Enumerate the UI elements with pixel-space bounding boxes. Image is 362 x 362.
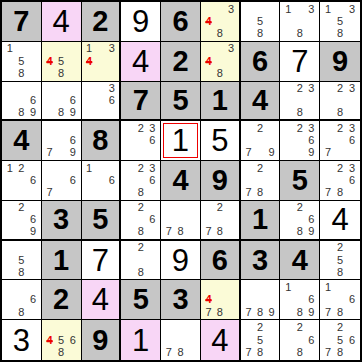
cell-r6c8[interactable]: 2689: [280, 201, 320, 241]
candidate-2: 2: [294, 122, 306, 134]
given-digit: 9: [82, 320, 120, 360]
candidate-grid: 2368: [123, 162, 158, 199]
candidate-grid: 158: [4, 43, 39, 80]
cell-r7c7[interactable]: 3: [241, 241, 281, 281]
cell-r1c6[interactable]: 348: [201, 2, 241, 42]
candidate-5: 5: [16, 254, 28, 266]
cell-r3c1[interactable]: 689: [2, 82, 42, 122]
entry-digit: 4: [320, 201, 360, 239]
cell-r1c3[interactable]: 2: [82, 2, 122, 42]
cell-r4c8[interactable]: 2369: [280, 121, 320, 161]
cell-r4c7[interactable]: 279: [241, 121, 281, 161]
candidate-8: 8: [175, 226, 187, 238]
candidate-2: 2: [254, 321, 266, 334]
given-digit: 3: [42, 201, 81, 239]
candidate-7: 7: [322, 147, 334, 159]
candidate-2: 2: [334, 83, 346, 95]
cell-r5c7[interactable]: 278: [241, 161, 281, 201]
candidate-2: 2: [254, 162, 266, 174]
cell-r8c3[interactable]: 4: [82, 280, 122, 320]
cell-r8c5[interactable]: 3: [161, 280, 201, 320]
cell-r8c8[interactable]: 1689: [280, 280, 320, 320]
given-digit: 6: [201, 241, 239, 280]
cell-r6c7[interactable]: 1: [241, 201, 281, 241]
candidate-6: 6: [306, 135, 318, 147]
cell-r3c7[interactable]: 4: [241, 82, 281, 122]
candidate-8: 8: [214, 226, 225, 238]
candidate-grid: 58: [4, 242, 39, 279]
eliminated-candidate-4: 4: [84, 55, 95, 67]
candidate-grid: 458: [44, 43, 79, 80]
candidate-6: 6: [346, 294, 358, 306]
candidate-6: 6: [306, 334, 318, 347]
given-digit: 5: [280, 161, 319, 200]
candidate-2: 2: [294, 83, 306, 95]
given-digit: 5: [121, 280, 160, 319]
given-digit: 6: [161, 2, 200, 41]
given-digit: 1: [201, 82, 239, 120]
cell-r7c9[interactable]: 258: [320, 241, 360, 281]
candidate-5: 5: [16, 55, 28, 67]
candidate-8: 8: [214, 67, 225, 79]
candidate-2: 2: [16, 162, 28, 174]
candidate-2: 2: [135, 242, 147, 254]
cell-r1c5[interactable]: 6: [161, 2, 201, 42]
candidate-5: 5: [55, 334, 67, 347]
given-digit: 7: [2, 2, 41, 41]
candidate-8: 8: [16, 67, 28, 79]
candidate-6: 6: [67, 94, 79, 106]
candidate-7: 7: [322, 306, 334, 318]
given-digit: 3: [161, 280, 200, 319]
cell-r5c9[interactable]: 23678: [320, 161, 360, 201]
cell-r9c3[interactable]: 9: [82, 320, 122, 360]
cell-r7c6[interactable]: 6: [201, 241, 241, 281]
entry-digit: 4: [121, 42, 160, 81]
cell-r1c1[interactable]: 7: [2, 2, 42, 42]
given-digit: 2: [161, 42, 200, 81]
cell-r3c6[interactable]: 1: [201, 82, 241, 122]
candidate-1: 1: [282, 281, 294, 293]
cell-r9c6[interactable]: 4: [201, 320, 241, 360]
entry-digit: 3: [2, 320, 41, 360]
candidate-grid: 268: [282, 321, 317, 359]
candidate-grid: 236: [123, 122, 158, 159]
cell-r7c4[interactable]: 28: [121, 241, 161, 281]
given-digit: 4: [280, 241, 319, 280]
candidate-8: 8: [254, 346, 266, 359]
cell-r5c4[interactable]: 2368: [121, 161, 161, 201]
candidate-grid: 268: [123, 202, 158, 238]
candidate-9: 9: [266, 306, 278, 318]
candidate-grid: 2367: [322, 122, 358, 159]
candidate-8: 8: [254, 28, 266, 40]
entry-digit: 4: [201, 320, 239, 360]
cell-r6c6[interactable]: 278: [201, 201, 241, 241]
candidate-9: 9: [27, 106, 39, 118]
candidate-5: 5: [334, 334, 346, 347]
candidate-grid: 789: [243, 281, 278, 318]
candidate-7: 7: [243, 147, 255, 159]
candidate-1: 1: [322, 3, 334, 15]
candidate-8: 8: [175, 346, 187, 359]
candidate-6: 6: [346, 334, 358, 347]
candidate-3: 3: [346, 162, 358, 174]
eliminated-candidate-4: 4: [203, 55, 214, 67]
candidate-9: 9: [266, 147, 278, 159]
cell-r2c5[interactable]: 2: [161, 42, 201, 82]
entry-digit: 9: [121, 2, 160, 41]
candidate-6: 6: [67, 135, 79, 147]
cell-r6c2[interactable]: 3: [42, 201, 82, 241]
candidate-3: 3: [346, 83, 358, 95]
candidate-8: 8: [135, 226, 147, 238]
given-digit: 9: [201, 161, 239, 200]
candidate-2: 2: [135, 122, 147, 134]
cell-r2c2[interactable]: 458: [42, 42, 82, 82]
cell-r4c6[interactable]: 5: [201, 121, 241, 161]
candidate-6: 6: [27, 294, 39, 306]
sudoku-board: 7429634858138135815845813442348679689689…: [0, 0, 362, 362]
cell-r1c8[interactable]: 138: [280, 2, 320, 42]
candidate-grid: 28: [123, 242, 158, 279]
candidate-grid: 238: [322, 83, 358, 119]
given-digit: 9: [320, 42, 360, 81]
candidate-6: 6: [67, 334, 79, 347]
candidate-6: 6: [106, 94, 117, 106]
cell-r8c6[interactable]: 478: [201, 280, 241, 320]
cell-r4c9[interactable]: 2367: [320, 121, 360, 161]
eliminated-candidate-4: 4: [203, 15, 214, 27]
candidate-9: 9: [67, 147, 79, 159]
cell-r3c4[interactable]: 7: [121, 82, 161, 122]
candidate-8: 8: [135, 266, 147, 278]
candidate-8: 8: [334, 28, 346, 40]
candidate-7: 7: [243, 306, 255, 318]
candidate-3: 3: [106, 43, 117, 55]
candidate-6: 6: [27, 214, 39, 226]
cell-r2c4[interactable]: 4: [121, 42, 161, 82]
candidate-8: 8: [294, 28, 306, 40]
candidate-8: 8: [254, 306, 266, 318]
candidate-3: 3: [346, 3, 358, 15]
candidate-6: 6: [27, 94, 39, 106]
candidate-8: 8: [334, 187, 346, 199]
candidate-2: 2: [214, 202, 225, 214]
candidate-2: 2: [334, 162, 346, 174]
cell-r3c5[interactable]: 5: [161, 82, 201, 122]
candidate-grid: 134: [84, 43, 118, 80]
given-digit: 3: [241, 241, 280, 280]
candidate-grid: 36: [84, 83, 118, 119]
cell-r2c3[interactable]: 134: [82, 42, 122, 82]
candidate-3: 3: [106, 83, 117, 95]
cell-r3c3[interactable]: 36: [82, 82, 122, 122]
candidate-grid: 279: [243, 122, 278, 159]
cell-r1c2[interactable]: 4: [42, 2, 82, 42]
cell-r9c4[interactable]: 1: [121, 320, 161, 360]
candidate-8: 8: [334, 346, 346, 359]
candidate-6: 6: [306, 294, 318, 306]
candidate-6: 6: [147, 174, 159, 186]
candidate-8: 8: [214, 28, 225, 40]
candidate-8: 8: [55, 106, 67, 118]
candidate-7: 7: [243, 187, 255, 199]
candidate-3: 3: [147, 162, 159, 174]
candidate-9: 9: [306, 306, 318, 318]
candidate-grid: 679: [44, 122, 79, 159]
given-digit: 5: [161, 82, 200, 120]
candidate-grid: 278: [203, 202, 237, 238]
cell-r7c5[interactable]: 9: [161, 241, 201, 281]
candidate-9: 9: [306, 226, 318, 238]
entry-digit: 1: [161, 121, 200, 160]
candidate-grid: 2369: [282, 122, 317, 159]
cell-r9c2[interactable]: 4568: [42, 320, 82, 360]
given-digit: 5: [82, 201, 120, 239]
candidate-8: 8: [334, 106, 346, 118]
candidate-grid: 348: [203, 3, 237, 40]
candidate-8: 8: [294, 106, 306, 118]
eliminated-candidate-4: 4: [203, 294, 214, 306]
candidate-grid: 269: [4, 202, 39, 238]
candidate-6: 6: [306, 214, 318, 226]
cell-r2c1[interactable]: 158: [2, 42, 42, 82]
cell-r5c6[interactable]: 9: [201, 161, 241, 201]
candidate-grid: 23678: [322, 162, 358, 199]
cell-r4c5[interactable]: 1: [161, 121, 201, 161]
candidate-9: 9: [306, 147, 318, 159]
candidate-grid: 25678: [322, 321, 358, 359]
candidate-1: 1: [84, 43, 95, 55]
candidate-8: 8: [16, 266, 28, 278]
cell-r8c4[interactable]: 5: [121, 280, 161, 320]
cell-r7c8[interactable]: 4: [280, 241, 320, 281]
entry-digit: 4: [82, 280, 120, 319]
candidate-grid: 689: [44, 83, 79, 119]
cell-r9c1[interactable]: 3: [2, 320, 42, 360]
candidate-8: 8: [55, 346, 67, 359]
cell-r6c5[interactable]: 78: [161, 201, 201, 241]
candidate-grid: 126: [4, 162, 39, 199]
cell-r3c9[interactable]: 238: [320, 82, 360, 122]
candidate-8: 8: [294, 226, 306, 238]
candidate-7: 7: [203, 226, 214, 238]
eliminated-candidate-4: 4: [44, 55, 56, 67]
cell-r5c5[interactable]: 4: [161, 161, 201, 201]
cell-r1c9[interactable]: 1358: [320, 2, 360, 42]
cell-r9c7[interactable]: 2578: [241, 320, 281, 360]
candidate-3: 3: [346, 122, 358, 134]
candidate-3: 3: [225, 43, 236, 55]
candidate-grid: 58: [243, 3, 278, 40]
given-digit: 4: [241, 82, 280, 120]
cell-r9c5[interactable]: 78: [161, 320, 201, 360]
candidate-grid: 258: [322, 242, 358, 279]
candidate-2: 2: [334, 122, 346, 134]
candidate-1: 1: [84, 162, 95, 174]
candidate-grid: 689: [4, 83, 39, 119]
cell-r2c8[interactable]: 7: [280, 42, 320, 82]
candidate-8: 8: [334, 266, 346, 278]
given-digit: 6: [241, 42, 280, 81]
entry-digit: 7: [280, 42, 319, 81]
cell-r7c2[interactable]: 1: [42, 241, 82, 281]
entry-digit: 4: [42, 2, 81, 41]
cell-r8c1[interactable]: 68: [2, 280, 42, 320]
candidate-3: 3: [147, 122, 159, 134]
cell-r6c9[interactable]: 4: [320, 201, 360, 241]
given-digit: 4: [161, 161, 200, 200]
cell-r5c1[interactable]: 126: [2, 161, 42, 201]
candidate-grid: 238: [282, 83, 317, 119]
candidate-grid: 78: [163, 321, 198, 359]
candidate-5: 5: [55, 55, 67, 67]
candidate-5: 5: [254, 334, 266, 347]
given-digit: 2: [82, 2, 120, 41]
candidate-grid: 348: [203, 43, 237, 80]
candidate-1: 1: [4, 43, 16, 55]
cell-r5c3[interactable]: 16: [82, 161, 122, 201]
candidate-1: 1: [282, 3, 294, 15]
cell-r4c2[interactable]: 679: [42, 121, 82, 161]
candidate-9: 9: [27, 226, 39, 238]
cell-r9c8[interactable]: 268: [280, 320, 320, 360]
cell-r3c2[interactable]: 689: [42, 82, 82, 122]
candidate-3: 3: [225, 3, 236, 15]
candidate-3: 3: [306, 3, 318, 15]
given-digit: 7: [121, 82, 160, 120]
candidate-5: 5: [334, 15, 346, 27]
cell-r7c1[interactable]: 58: [2, 241, 42, 281]
candidate-6: 6: [147, 135, 159, 147]
given-digit: 1: [241, 201, 280, 239]
candidate-6: 6: [147, 214, 159, 226]
candidate-7: 7: [322, 187, 334, 199]
candidate-2: 2: [16, 202, 28, 214]
candidate-6: 6: [27, 174, 39, 186]
candidate-grid: 1689: [282, 281, 317, 318]
candidate-grid: 2578: [243, 321, 278, 359]
candidate-7: 7: [163, 226, 175, 238]
cell-r5c8[interactable]: 5: [280, 161, 320, 201]
cell-r6c4[interactable]: 268: [121, 201, 161, 241]
candidate-8: 8: [16, 306, 28, 318]
candidate-6: 6: [67, 174, 79, 186]
candidate-6: 6: [106, 174, 117, 186]
cell-r9c9[interactable]: 25678: [320, 320, 360, 360]
candidate-2: 2: [135, 202, 147, 214]
candidate-1: 1: [322, 281, 334, 293]
candidate-grid: 4568: [44, 321, 79, 359]
candidate-7: 7: [203, 306, 214, 318]
cell-r4c1[interactable]: 4: [2, 121, 42, 161]
candidate-9: 9: [67, 106, 79, 118]
candidate-6: 6: [346, 135, 358, 147]
candidate-8: 8: [135, 187, 147, 199]
candidate-7: 7: [322, 346, 334, 359]
candidate-8: 8: [254, 187, 266, 199]
candidate-2: 2: [135, 162, 147, 174]
cell-r2c7[interactable]: 6: [241, 42, 281, 82]
given-digit: 4: [2, 121, 41, 160]
candidate-7: 7: [44, 147, 56, 159]
cell-r1c4[interactable]: 9: [121, 2, 161, 42]
candidate-2: 2: [294, 321, 306, 334]
cell-r8c7[interactable]: 789: [241, 280, 281, 320]
candidate-grid: 16: [84, 162, 118, 199]
entry-digit: 5: [201, 121, 239, 160]
cell-r2c9[interactable]: 9: [320, 42, 360, 82]
candidate-3: 3: [306, 122, 318, 134]
candidate-8: 8: [16, 106, 28, 118]
entry-digit: 9: [161, 241, 200, 280]
cell-r4c3[interactable]: 8: [82, 121, 122, 161]
candidate-8: 8: [214, 306, 225, 318]
cell-r5c2[interactable]: 67: [42, 161, 82, 201]
candidate-8: 8: [294, 346, 306, 359]
candidate-grid: 1678: [322, 281, 358, 318]
cell-r4c4[interactable]: 236: [121, 121, 161, 161]
cell-r8c9[interactable]: 1678: [320, 280, 360, 320]
candidate-8: 8: [55, 67, 67, 79]
given-digit: 1: [42, 241, 81, 280]
cell-r3c8[interactable]: 238: [280, 82, 320, 122]
cell-r6c1[interactable]: 269: [2, 201, 42, 241]
eliminated-candidate-4: 4: [44, 334, 56, 347]
candidate-grid: 1358: [322, 3, 358, 40]
cell-r2c6[interactable]: 348: [201, 42, 241, 82]
candidate-grid: 68: [4, 281, 39, 318]
candidate-2: 2: [294, 202, 306, 214]
cell-r1c7[interactable]: 58: [241, 2, 281, 42]
given-digit: 2: [42, 280, 81, 319]
candidate-grid: 478: [203, 281, 237, 318]
given-digit: 8: [82, 121, 120, 160]
candidate-5: 5: [334, 254, 346, 266]
entry-digit: 1: [121, 320, 160, 360]
entry-digit: 7: [82, 241, 120, 280]
candidate-grid: 67: [44, 162, 79, 199]
candidate-8: 8: [334, 306, 346, 318]
candidate-grid: 138: [282, 3, 317, 40]
candidate-grid: 78: [163, 202, 198, 238]
candidate-2: 2: [334, 321, 346, 334]
candidate-1: 1: [4, 162, 16, 174]
candidate-8: 8: [294, 306, 306, 318]
candidate-7: 7: [44, 187, 56, 199]
candidate-5: 5: [254, 15, 266, 27]
candidate-grid: 278: [243, 162, 278, 199]
candidate-2: 2: [334, 242, 346, 254]
candidate-3: 3: [306, 83, 318, 95]
candidate-7: 7: [163, 346, 175, 359]
candidate-2: 2: [254, 122, 266, 134]
candidate-grid: 2689: [282, 202, 317, 238]
cell-r6c3[interactable]: 5: [82, 201, 122, 241]
cell-r8c2[interactable]: 2: [42, 280, 82, 320]
candidate-6: 6: [346, 174, 358, 186]
cell-r7c3[interactable]: 7: [82, 241, 122, 281]
candidate-7: 7: [243, 346, 255, 359]
